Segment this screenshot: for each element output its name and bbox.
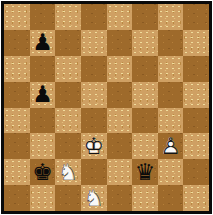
square-f2[interactable]: ♛ bbox=[132, 159, 158, 185]
square-g2[interactable] bbox=[158, 159, 184, 185]
square-b4[interactable] bbox=[30, 108, 56, 134]
square-d4[interactable] bbox=[81, 108, 107, 134]
square-d8[interactable] bbox=[81, 4, 107, 30]
square-a5[interactable] bbox=[4, 82, 30, 108]
piece-glyph: ♘ bbox=[81, 186, 106, 211]
square-g5[interactable] bbox=[158, 82, 184, 108]
square-c3[interactable] bbox=[55, 133, 81, 159]
piece-glyph: ♟ bbox=[30, 82, 55, 107]
square-h4[interactable] bbox=[183, 108, 209, 134]
square-b2[interactable]: ♚ bbox=[30, 159, 56, 185]
square-f8[interactable] bbox=[132, 4, 158, 30]
square-f5[interactable] bbox=[132, 82, 158, 108]
square-b7[interactable]: ♟ bbox=[30, 30, 56, 56]
square-a8[interactable] bbox=[4, 4, 30, 30]
square-h6[interactable] bbox=[183, 56, 209, 82]
square-b6[interactable] bbox=[30, 56, 56, 82]
square-e8[interactable] bbox=[107, 4, 133, 30]
piece-white-knight: ♞♘ bbox=[56, 160, 81, 185]
square-f7[interactable] bbox=[132, 30, 158, 56]
piece-glyph: ♔ bbox=[81, 134, 106, 159]
square-h1[interactable] bbox=[183, 185, 209, 211]
square-e5[interactable] bbox=[107, 82, 133, 108]
piece-white-knight: ♞♘ bbox=[81, 186, 106, 211]
square-e2[interactable] bbox=[107, 159, 133, 185]
square-e7[interactable] bbox=[107, 30, 133, 56]
piece-black-queen: ♛ bbox=[132, 160, 157, 185]
square-g6[interactable] bbox=[158, 56, 184, 82]
piece-glyph: ♚ bbox=[30, 160, 55, 185]
square-f6[interactable] bbox=[132, 56, 158, 82]
square-a2[interactable] bbox=[4, 159, 30, 185]
piece-glyph: ♘ bbox=[56, 160, 81, 185]
piece-black-pawn: ♟ bbox=[30, 82, 55, 107]
square-h2[interactable] bbox=[183, 159, 209, 185]
square-c7[interactable] bbox=[55, 30, 81, 56]
piece-black-pawn: ♟ bbox=[30, 30, 55, 55]
square-f1[interactable] bbox=[132, 185, 158, 211]
square-a3[interactable] bbox=[4, 133, 30, 159]
square-c1[interactable] bbox=[55, 185, 81, 211]
square-b5[interactable]: ♟ bbox=[30, 82, 56, 108]
square-c4[interactable] bbox=[55, 108, 81, 134]
square-c2[interactable]: ♞♘ bbox=[55, 159, 81, 185]
square-e3[interactable] bbox=[107, 133, 133, 159]
piece-black-king: ♚ bbox=[30, 160, 55, 185]
square-c6[interactable] bbox=[55, 56, 81, 82]
square-e1[interactable] bbox=[107, 185, 133, 211]
square-d7[interactable] bbox=[81, 30, 107, 56]
piece-white-king: ♚♔ bbox=[81, 134, 106, 159]
square-h5[interactable] bbox=[183, 82, 209, 108]
square-e6[interactable] bbox=[107, 56, 133, 82]
square-d1[interactable]: ♞♘ bbox=[81, 185, 107, 211]
chess-board: ♟♟♚♔♟♙♚♞♘♛♞♘ bbox=[4, 4, 209, 211]
square-g3[interactable]: ♟♙ bbox=[158, 133, 184, 159]
square-g7[interactable] bbox=[158, 30, 184, 56]
piece-glyph: ♛ bbox=[132, 160, 157, 185]
square-h8[interactable] bbox=[183, 4, 209, 30]
square-f4[interactable] bbox=[132, 108, 158, 134]
square-a1[interactable] bbox=[4, 185, 30, 211]
square-c8[interactable] bbox=[55, 4, 81, 30]
square-d3[interactable]: ♚♔ bbox=[81, 133, 107, 159]
piece-glyph: ♙ bbox=[158, 134, 183, 159]
piece-white-pawn: ♟♙ bbox=[158, 134, 183, 159]
square-d5[interactable] bbox=[81, 82, 107, 108]
square-b3[interactable] bbox=[30, 133, 56, 159]
square-d6[interactable] bbox=[81, 56, 107, 82]
chess-board-frame: ♟♟♚♔♟♙♚♞♘♛♞♘ bbox=[1, 1, 212, 214]
square-g8[interactable] bbox=[158, 4, 184, 30]
square-d2[interactable] bbox=[81, 159, 107, 185]
square-g4[interactable] bbox=[158, 108, 184, 134]
square-a7[interactable] bbox=[4, 30, 30, 56]
square-h3[interactable] bbox=[183, 133, 209, 159]
square-f3[interactable] bbox=[132, 133, 158, 159]
square-b8[interactable] bbox=[30, 4, 56, 30]
square-a4[interactable] bbox=[4, 108, 30, 134]
square-c5[interactable] bbox=[55, 82, 81, 108]
square-b1[interactable] bbox=[30, 185, 56, 211]
square-g1[interactable] bbox=[158, 185, 184, 211]
square-a6[interactable] bbox=[4, 56, 30, 82]
piece-glyph: ♟ bbox=[30, 30, 55, 55]
square-e4[interactable] bbox=[107, 108, 133, 134]
square-h7[interactable] bbox=[183, 30, 209, 56]
